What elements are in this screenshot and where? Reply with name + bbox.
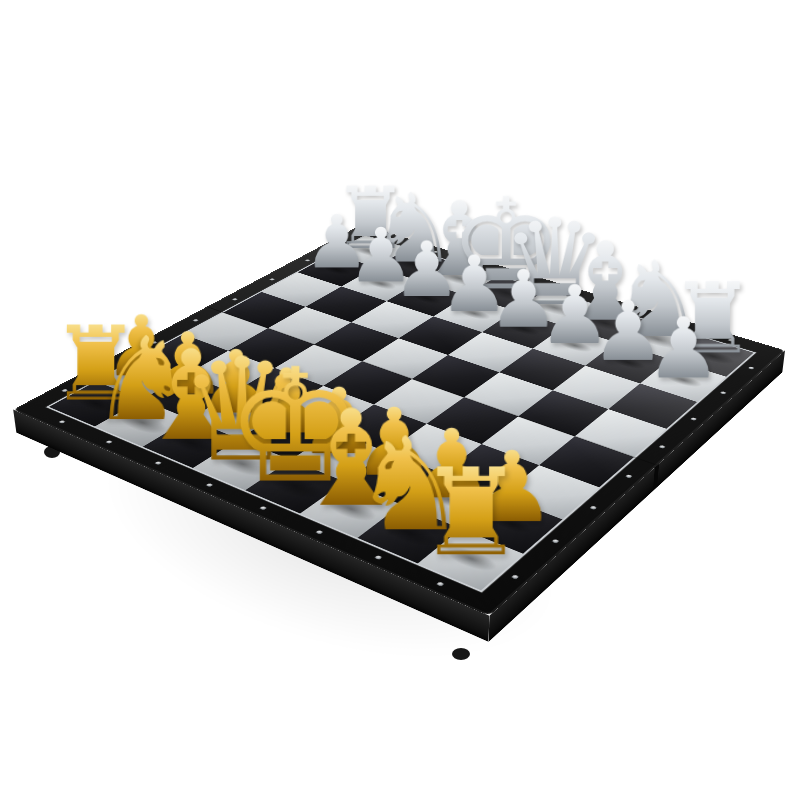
fold-latch xyxy=(653,463,659,491)
product-photo: ♜♞♝♚♛♝♞♜♟♟♟♟♟♟♟♟♟♟♟♟♟♟♟♟♜♞♝♛♚♝♞♜ xyxy=(0,0,800,800)
scene-3d: ♜♞♝♚♛♝♞♜♟♟♟♟♟♟♟♟♟♟♟♟♟♟♟♟♜♞♝♛♚♝♞♜ xyxy=(13,225,785,616)
pieces-layer: ♜♞♝♚♛♝♞♜♟♟♟♟♟♟♟♟♟♟♟♟♟♟♟♟♜♞♝♛♚♝♞♜ xyxy=(13,225,785,616)
chess-board: ♜♞♝♚♛♝♞♜♟♟♟♟♟♟♟♟♟♟♟♟♟♟♟♟♜♞♝♛♚♝♞♜ xyxy=(13,225,785,616)
piece-gold-rook: ♜ xyxy=(417,453,525,573)
piece-silver-pawn: ♟ xyxy=(646,306,721,390)
board-foot xyxy=(452,648,470,660)
